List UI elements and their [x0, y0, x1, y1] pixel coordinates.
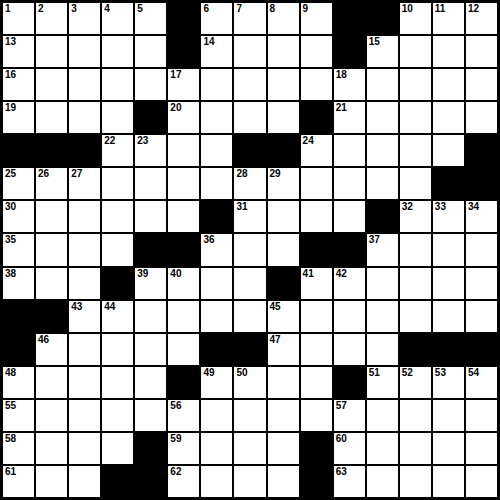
cell-r8c7[interactable]: 36 — [201, 234, 232, 265]
cell-r9c15[interactable] — [466, 268, 497, 299]
cell-r15c12[interactable] — [367, 466, 398, 497]
black-cell-r7c12 — [367, 201, 398, 232]
cell-r14c3[interactable] — [69, 433, 100, 464]
clue-number-45: 45 — [270, 301, 281, 312]
cell-r2c1[interactable]: 13 — [3, 36, 34, 67]
cell-r14c2[interactable] — [36, 433, 67, 464]
clue-number-58: 58 — [5, 433, 16, 444]
cell-r13c4[interactable] — [102, 400, 133, 431]
cell-r8c4[interactable] — [102, 234, 133, 265]
black-cell-r11c15 — [466, 334, 497, 365]
clue-number-30: 30 — [5, 201, 16, 212]
cell-r14c7[interactable] — [201, 433, 232, 464]
cell-r13c13[interactable] — [400, 400, 431, 431]
cell-r8c12[interactable]: 37 — [367, 234, 398, 265]
cell-r11c10[interactable] — [301, 334, 332, 365]
black-cell-r12c11 — [334, 367, 365, 398]
cell-r9c6[interactable]: 40 — [168, 268, 199, 299]
clue-number-22: 22 — [104, 135, 115, 146]
cell-r1c5[interactable]: 5 — [135, 3, 166, 34]
cell-r2c12[interactable]: 15 — [367, 36, 398, 67]
cell-r6c6[interactable] — [168, 168, 199, 199]
black-cell-r5c15 — [466, 135, 497, 166]
cell-r12c2[interactable] — [36, 367, 67, 398]
cell-r8c13[interactable] — [400, 234, 431, 265]
black-cell-r5c1 — [3, 135, 34, 166]
cell-r6c8[interactable]: 28 — [234, 168, 265, 199]
clue-number-17: 17 — [170, 69, 181, 80]
cell-r12c13[interactable]: 52 — [400, 367, 431, 398]
black-cell-r8c11 — [334, 234, 365, 265]
cell-r1c4[interactable]: 4 — [102, 3, 133, 34]
cell-r13c8[interactable] — [234, 400, 265, 431]
black-cell-r10c1 — [3, 301, 34, 332]
clue-number-37: 37 — [369, 234, 380, 245]
cell-r9c2[interactable] — [36, 268, 67, 299]
clue-number-56: 56 — [170, 400, 181, 411]
cell-r6c10[interactable] — [301, 168, 332, 199]
cell-r14c11[interactable]: 60 — [334, 433, 365, 464]
cell-r2c8[interactable] — [234, 36, 265, 67]
cell-r1c7[interactable]: 6 — [201, 3, 232, 34]
clue-number-50: 50 — [236, 367, 247, 378]
cell-r10c15[interactable] — [466, 301, 497, 332]
clue-number-63: 63 — [336, 466, 347, 477]
cell-r14c1[interactable]: 58 — [3, 433, 34, 464]
cell-r2c15[interactable] — [466, 36, 497, 67]
cell-r3c9[interactable] — [268, 69, 299, 100]
clue-number-25: 25 — [5, 168, 16, 179]
crossword-board: 1234567891011121314151617181920212223242… — [0, 0, 500, 500]
clue-number-54: 54 — [468, 367, 479, 378]
cell-r14c4[interactable] — [102, 433, 133, 464]
cell-r10c4[interactable]: 44 — [102, 301, 133, 332]
clue-number-48: 48 — [5, 367, 16, 378]
cell-r11c11[interactable] — [334, 334, 365, 365]
cell-r15c1[interactable]: 61 — [3, 466, 34, 497]
cell-r9c7[interactable] — [201, 268, 232, 299]
clue-number-26: 26 — [38, 168, 49, 179]
clue-number-39: 39 — [137, 268, 148, 279]
clue-number-46: 46 — [38, 334, 49, 345]
clue-number-16: 16 — [5, 69, 16, 80]
cell-r8c2[interactable] — [36, 234, 67, 265]
cell-r1c1[interactable]: 1 — [3, 3, 34, 34]
cell-r6c13[interactable] — [400, 168, 431, 199]
clue-number-6: 6 — [203, 3, 209, 14]
cell-r7c10[interactable] — [301, 201, 332, 232]
clue-number-20: 20 — [170, 102, 181, 113]
cell-r8c15[interactable] — [466, 234, 497, 265]
cell-r3c4[interactable] — [102, 69, 133, 100]
cell-r8c14[interactable] — [433, 234, 464, 265]
black-cell-r5c3 — [69, 135, 100, 166]
cell-r4c8[interactable] — [234, 102, 265, 133]
cell-r11c3[interactable] — [69, 334, 100, 365]
cell-r7c6[interactable] — [168, 201, 199, 232]
cell-r2c13[interactable] — [400, 36, 431, 67]
cell-r9c3[interactable] — [69, 268, 100, 299]
black-cell-r12c6 — [168, 367, 199, 398]
black-cell-r15c10 — [301, 466, 332, 497]
cell-r3c7[interactable] — [201, 69, 232, 100]
cell-r2c2[interactable] — [36, 36, 67, 67]
clue-number-3: 3 — [71, 3, 77, 14]
cell-r1c3[interactable]: 3 — [69, 3, 100, 34]
cell-r4c9[interactable] — [268, 102, 299, 133]
cell-r10c3[interactable]: 43 — [69, 301, 100, 332]
cell-r13c15[interactable] — [466, 400, 497, 431]
cell-r7c3[interactable] — [69, 201, 100, 232]
cell-r3c2[interactable] — [36, 69, 67, 100]
cell-r9c12[interactable] — [367, 268, 398, 299]
black-cell-r8c10 — [301, 234, 332, 265]
cell-r8c3[interactable] — [69, 234, 100, 265]
cell-r7c15[interactable]: 34 — [466, 201, 497, 232]
clue-number-42: 42 — [336, 268, 347, 279]
cell-r4c7[interactable] — [201, 102, 232, 133]
cell-r3c11[interactable]: 18 — [334, 69, 365, 100]
clue-number-41: 41 — [303, 268, 314, 279]
cell-r1c10[interactable]: 9 — [301, 3, 332, 34]
cell-r4c15[interactable] — [466, 102, 497, 133]
cell-r5c7[interactable] — [201, 135, 232, 166]
black-cell-r11c14 — [433, 334, 464, 365]
cell-r9c5[interactable]: 39 — [135, 268, 166, 299]
clue-number-11: 11 — [435, 3, 446, 14]
cell-r5c6[interactable] — [168, 135, 199, 166]
cell-r6c7[interactable] — [201, 168, 232, 199]
black-cell-r8c5 — [135, 234, 166, 265]
cell-r15c2[interactable] — [36, 466, 67, 497]
clue-number-62: 62 — [170, 466, 181, 477]
cell-r13c10[interactable] — [301, 400, 332, 431]
clue-number-32: 32 — [402, 201, 413, 212]
cell-r11c6[interactable] — [168, 334, 199, 365]
cell-r2c7[interactable]: 14 — [201, 36, 232, 67]
clue-number-52: 52 — [402, 367, 413, 378]
clue-number-51: 51 — [369, 367, 380, 378]
cell-r10c7[interactable] — [201, 301, 232, 332]
cell-r10c10[interactable] — [301, 301, 332, 332]
clue-number-19: 19 — [5, 102, 16, 113]
cell-r6c1[interactable]: 25 — [3, 168, 34, 199]
clue-number-29: 29 — [270, 168, 281, 179]
cell-r3c12[interactable] — [367, 69, 398, 100]
cell-r11c5[interactable] — [135, 334, 166, 365]
cell-r12c8[interactable]: 50 — [234, 367, 265, 398]
clue-number-7: 7 — [236, 3, 242, 14]
cell-r5c11[interactable] — [334, 135, 365, 166]
cell-r2c5[interactable] — [135, 36, 166, 67]
clue-number-28: 28 — [236, 168, 247, 179]
cell-r3c3[interactable] — [69, 69, 100, 100]
cell-r5c10[interactable]: 24 — [301, 135, 332, 166]
cell-r13c2[interactable] — [36, 400, 67, 431]
clue-number-31: 31 — [236, 201, 247, 212]
cell-r3c14[interactable] — [433, 69, 464, 100]
black-cell-r14c5 — [135, 433, 166, 464]
cell-r12c12[interactable]: 51 — [367, 367, 398, 398]
cell-r7c8[interactable]: 31 — [234, 201, 265, 232]
cell-r15c6[interactable]: 62 — [168, 466, 199, 497]
cell-r2c14[interactable] — [433, 36, 464, 67]
cell-r1c14[interactable]: 11 — [433, 3, 464, 34]
clue-number-47: 47 — [270, 334, 281, 345]
cell-r10c14[interactable] — [433, 301, 464, 332]
clue-number-24: 24 — [303, 135, 314, 146]
clue-number-1: 1 — [5, 3, 11, 14]
black-cell-r14c10 — [301, 433, 332, 464]
cell-r7c1[interactable]: 30 — [3, 201, 34, 232]
cell-r11c12[interactable] — [367, 334, 398, 365]
cell-r15c11[interactable]: 63 — [334, 466, 365, 497]
cell-r15c3[interactable] — [69, 466, 100, 497]
clue-number-12: 12 — [468, 3, 479, 14]
cell-r4c3[interactable] — [69, 102, 100, 133]
cell-r10c12[interactable] — [367, 301, 398, 332]
cell-r7c4[interactable] — [102, 201, 133, 232]
cell-r5c5[interactable]: 23 — [135, 135, 166, 166]
cell-r3c8[interactable] — [234, 69, 265, 100]
cell-r13c7[interactable] — [201, 400, 232, 431]
black-cell-r2c6 — [168, 36, 199, 67]
cell-r7c14[interactable]: 33 — [433, 201, 464, 232]
cell-r4c1[interactable]: 19 — [3, 102, 34, 133]
cell-r13c9[interactable] — [268, 400, 299, 431]
cell-r3c13[interactable] — [400, 69, 431, 100]
cell-r10c6[interactable] — [168, 301, 199, 332]
cell-r9c8[interactable] — [234, 268, 265, 299]
black-cell-r4c5 — [135, 102, 166, 133]
cell-r4c14[interactable] — [433, 102, 464, 133]
clue-number-34: 34 — [468, 201, 479, 212]
clue-number-2: 2 — [38, 3, 44, 14]
cell-r12c14[interactable]: 53 — [433, 367, 464, 398]
cell-r4c4[interactable] — [102, 102, 133, 133]
clue-number-49: 49 — [203, 367, 214, 378]
black-cell-r6c15 — [466, 168, 497, 199]
cell-r10c9[interactable]: 45 — [268, 301, 299, 332]
cell-r14c15[interactable] — [466, 433, 497, 464]
black-cell-r9c9 — [268, 268, 299, 299]
cell-r8c8[interactable] — [234, 234, 265, 265]
cell-r10c13[interactable] — [400, 301, 431, 332]
clue-number-23: 23 — [137, 135, 148, 146]
cell-r9c10[interactable]: 41 — [301, 268, 332, 299]
cell-r14c14[interactable] — [433, 433, 464, 464]
cell-r9c13[interactable] — [400, 268, 431, 299]
cell-r12c15[interactable]: 54 — [466, 367, 497, 398]
cell-r13c6[interactable]: 56 — [168, 400, 199, 431]
black-cell-r11c13 — [400, 334, 431, 365]
clue-number-43: 43 — [71, 301, 82, 312]
cell-r15c15[interactable] — [466, 466, 497, 497]
cell-r1c13[interactable]: 10 — [400, 3, 431, 34]
cell-r13c5[interactable] — [135, 400, 166, 431]
cell-r2c4[interactable] — [102, 36, 133, 67]
black-cell-r11c1 — [3, 334, 34, 365]
clue-number-18: 18 — [336, 69, 347, 80]
clue-number-35: 35 — [5, 234, 16, 245]
cell-r10c5[interactable] — [135, 301, 166, 332]
cell-r1c2[interactable]: 2 — [36, 3, 67, 34]
black-cell-r1c11 — [334, 3, 365, 34]
black-cell-r4c10 — [301, 102, 332, 133]
clue-number-55: 55 — [5, 400, 16, 411]
cell-r14c9[interactable] — [268, 433, 299, 464]
clue-number-57: 57 — [336, 400, 347, 411]
cell-r15c14[interactable] — [433, 466, 464, 497]
cell-r2c3[interactable] — [69, 36, 100, 67]
black-cell-r5c8 — [234, 135, 265, 166]
clue-number-4: 4 — [104, 3, 110, 14]
cell-r13c3[interactable] — [69, 400, 100, 431]
cell-r7c5[interactable] — [135, 201, 166, 232]
cell-r15c7[interactable] — [201, 466, 232, 497]
cell-r5c12[interactable] — [367, 135, 398, 166]
clue-number-40: 40 — [170, 268, 181, 279]
clue-number-36: 36 — [203, 234, 214, 245]
cell-r13c12[interactable] — [367, 400, 398, 431]
cell-r4c6[interactable]: 20 — [168, 102, 199, 133]
cell-r11c9[interactable]: 47 — [268, 334, 299, 365]
cell-r12c7[interactable]: 49 — [201, 367, 232, 398]
clue-number-27: 27 — [71, 168, 82, 179]
black-cell-r1c12 — [367, 3, 398, 34]
black-cell-r11c7 — [201, 334, 232, 365]
cell-r4c13[interactable] — [400, 102, 431, 133]
cell-r3c5[interactable] — [135, 69, 166, 100]
black-cell-r15c5 — [135, 466, 166, 497]
cell-r12c3[interactable] — [69, 367, 100, 398]
cell-r15c13[interactable] — [400, 466, 431, 497]
cell-r3c6[interactable]: 17 — [168, 69, 199, 100]
cell-r7c9[interactable] — [268, 201, 299, 232]
cell-r2c10[interactable] — [301, 36, 332, 67]
cell-r15c8[interactable] — [234, 466, 265, 497]
black-cell-r8c6 — [168, 234, 199, 265]
cell-r13c1[interactable]: 55 — [3, 400, 34, 431]
clue-number-5: 5 — [137, 3, 143, 14]
cell-r7c13[interactable]: 32 — [400, 201, 431, 232]
cell-r9c1[interactable]: 38 — [3, 268, 34, 299]
cell-r4c2[interactable] — [36, 102, 67, 133]
cell-r3c10[interactable] — [301, 69, 332, 100]
cell-r8c9[interactable] — [268, 234, 299, 265]
cell-r6c11[interactable] — [334, 168, 365, 199]
black-cell-r2c11 — [334, 36, 365, 67]
cell-r9c14[interactable] — [433, 268, 464, 299]
cell-r4c11[interactable]: 21 — [334, 102, 365, 133]
cell-r11c4[interactable] — [102, 334, 133, 365]
clue-number-21: 21 — [336, 102, 347, 113]
clue-number-10: 10 — [402, 3, 413, 14]
cell-r12c5[interactable] — [135, 367, 166, 398]
clue-number-60: 60 — [336, 433, 347, 444]
black-cell-r11c8 — [234, 334, 265, 365]
cell-r14c12[interactable] — [367, 433, 398, 464]
cell-r12c1[interactable]: 48 — [3, 367, 34, 398]
black-cell-r5c2 — [36, 135, 67, 166]
cell-r3c15[interactable] — [466, 69, 497, 100]
cell-r6c12[interactable] — [367, 168, 398, 199]
black-cell-r9c4 — [102, 268, 133, 299]
cell-r5c4[interactable]: 22 — [102, 135, 133, 166]
clue-number-44: 44 — [104, 301, 115, 312]
cell-r10c8[interactable] — [234, 301, 265, 332]
cell-r1c9[interactable]: 8 — [268, 3, 299, 34]
cell-r10c11[interactable] — [334, 301, 365, 332]
cell-r6c5[interactable] — [135, 168, 166, 199]
cell-r2c9[interactable] — [268, 36, 299, 67]
clue-number-8: 8 — [270, 3, 276, 14]
clue-number-33: 33 — [435, 201, 446, 212]
cell-r6c9[interactable]: 29 — [268, 168, 299, 199]
cell-r6c4[interactable] — [102, 168, 133, 199]
cell-r12c4[interactable] — [102, 367, 133, 398]
clue-number-14: 14 — [203, 36, 214, 47]
cell-r14c8[interactable] — [234, 433, 265, 464]
cell-r15c9[interactable] — [268, 466, 299, 497]
cell-r13c14[interactable] — [433, 400, 464, 431]
cell-r1c15[interactable]: 12 — [466, 3, 497, 34]
cell-r6c3[interactable]: 27 — [69, 168, 100, 199]
cell-r13c11[interactable]: 57 — [334, 400, 365, 431]
cell-r1c8[interactable]: 7 — [234, 3, 265, 34]
clue-number-61: 61 — [5, 466, 16, 477]
cell-r8c1[interactable]: 35 — [3, 234, 34, 265]
clue-number-13: 13 — [5, 36, 16, 47]
cell-r7c2[interactable] — [36, 201, 67, 232]
cell-r3c1[interactable]: 16 — [3, 69, 34, 100]
black-cell-r5c9 — [268, 135, 299, 166]
clue-number-15: 15 — [369, 36, 380, 47]
black-cell-r15c4 — [102, 466, 133, 497]
cell-r4c12[interactable] — [367, 102, 398, 133]
cell-r14c6[interactable]: 59 — [168, 433, 199, 464]
cell-r11c2[interactable]: 46 — [36, 334, 67, 365]
clue-number-53: 53 — [435, 367, 446, 378]
clue-number-9: 9 — [303, 3, 309, 14]
cell-r12c10[interactable] — [301, 367, 332, 398]
black-cell-r6c14 — [433, 168, 464, 199]
clue-number-59: 59 — [170, 433, 181, 444]
cell-r6c2[interactable]: 26 — [36, 168, 67, 199]
black-cell-r7c7 — [201, 201, 232, 232]
cell-r12c9[interactable] — [268, 367, 299, 398]
cell-r5c13[interactable] — [400, 135, 431, 166]
clue-number-38: 38 — [5, 268, 16, 279]
cell-r14c13[interactable] — [400, 433, 431, 464]
black-cell-r1c6 — [168, 3, 199, 34]
cell-r9c11[interactable]: 42 — [334, 268, 365, 299]
black-cell-r10c2 — [36, 301, 67, 332]
cell-r5c14[interactable] — [433, 135, 464, 166]
cell-r7c11[interactable] — [334, 201, 365, 232]
